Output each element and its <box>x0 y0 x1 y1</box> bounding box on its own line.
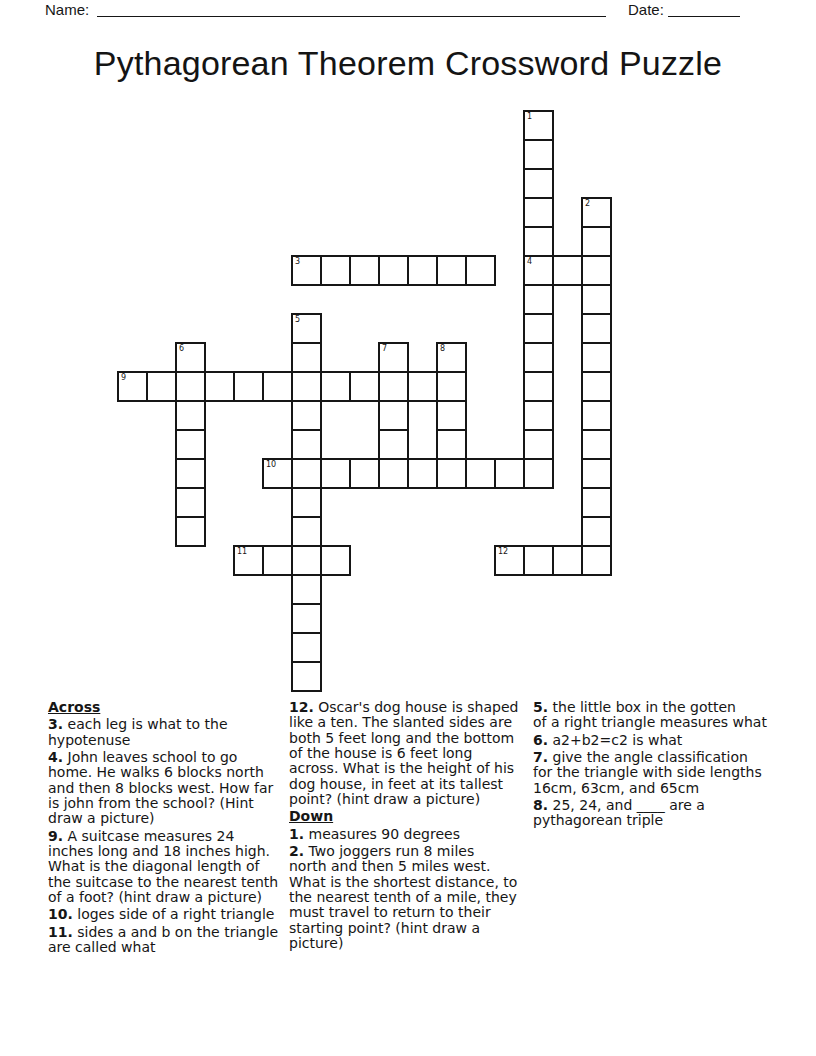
grid-cell[interactable] <box>552 545 583 576</box>
clue-column-1: Across3. each leg is what to thehypotenu… <box>48 700 293 958</box>
grid-cell[interactable] <box>523 226 554 257</box>
grid-cell[interactable] <box>291 632 322 663</box>
page-title: Pythagorean Theorem Crossword Puzzle <box>0 44 816 83</box>
grid-cell[interactable] <box>378 458 409 489</box>
grid-cell[interactable] <box>175 487 206 518</box>
grid-cell[interactable] <box>204 371 235 402</box>
grid-cell[interactable] <box>291 371 322 402</box>
grid-cell[interactable] <box>378 255 409 286</box>
clue-down-1: 1. measures 90 degrees <box>289 827 534 842</box>
cell-number: 3 <box>295 257 300 266</box>
clue-down-7: 7. give the angle classificationfor the … <box>533 750 778 796</box>
grid-cell[interactable] <box>291 487 322 518</box>
name-label: Name: <box>45 1 89 18</box>
clue-across-9: 9. A suitcase measures 24inches long and… <box>48 829 293 906</box>
grid-cell[interactable] <box>581 371 612 402</box>
grid-cell[interactable] <box>407 255 438 286</box>
date-label: Date: <box>628 1 664 18</box>
grid-cell[interactable]: 9 <box>117 371 148 402</box>
clue-across-10: 10. loges side of a right triangle <box>48 907 293 922</box>
grid-cell[interactable] <box>349 458 380 489</box>
grid-cell[interactable] <box>581 284 612 315</box>
grid-cell[interactable] <box>581 255 612 286</box>
grid-cell[interactable] <box>175 516 206 547</box>
grid-cell[interactable] <box>523 197 554 228</box>
grid-cell[interactable] <box>262 371 293 402</box>
grid-cell[interactable] <box>523 139 554 170</box>
grid-cell[interactable] <box>320 545 351 576</box>
cell-number: 12 <box>498 547 508 556</box>
grid-cell[interactable] <box>175 400 206 431</box>
clue-column-2: 12. Oscar's dog house is shapedlike a te… <box>289 700 534 954</box>
grid-cell[interactable] <box>436 371 467 402</box>
grid-cell[interactable] <box>581 458 612 489</box>
cell-number: 1 <box>527 112 532 121</box>
grid-cell[interactable] <box>581 545 612 576</box>
name-blank-line[interactable] <box>97 0 606 17</box>
grid-cell[interactable] <box>291 545 322 576</box>
grid-cell[interactable] <box>523 545 554 576</box>
grid-cell[interactable] <box>320 458 351 489</box>
grid-cell[interactable] <box>465 255 496 286</box>
cell-number: 7 <box>382 344 387 353</box>
grid-cell[interactable] <box>407 458 438 489</box>
grid-cell[interactable] <box>349 371 380 402</box>
grid-cell[interactable] <box>523 371 554 402</box>
grid-cell[interactable]: 8 <box>436 342 467 373</box>
cell-number: 8 <box>440 344 445 353</box>
cell-number: 2 <box>585 199 590 208</box>
grid-cell[interactable] <box>523 429 554 460</box>
clue-column-3: 5. the little box in the gottenof a righ… <box>533 700 778 831</box>
grid-cell[interactable] <box>465 458 496 489</box>
clue-down-6: 6. a2+b2=c2 is what <box>533 733 778 748</box>
cell-number: 4 <box>527 257 532 266</box>
grid-cell[interactable] <box>523 284 554 315</box>
grid-cell[interactable] <box>378 429 409 460</box>
grid-cell[interactable] <box>436 429 467 460</box>
grid-cell[interactable]: 12 <box>494 545 525 576</box>
grid-cell[interactable] <box>262 545 293 576</box>
grid-cell[interactable] <box>291 458 322 489</box>
grid-cell[interactable] <box>146 371 177 402</box>
grid-cell[interactable] <box>523 458 554 489</box>
grid-cell[interactable] <box>523 168 554 199</box>
grid-cell[interactable] <box>291 661 322 692</box>
grid-cell[interactable] <box>407 371 438 402</box>
clue-across-12: 12. Oscar's dog house is shapedlike a te… <box>289 700 534 807</box>
grid-cell[interactable] <box>552 255 583 286</box>
grid-cell[interactable] <box>436 400 467 431</box>
grid-cell[interactable] <box>291 429 322 460</box>
clue-across-11: 11. sides a and b on the triangleare cal… <box>48 925 293 956</box>
grid-cell[interactable]: 2 <box>581 197 612 228</box>
grid-cell[interactable] <box>349 255 380 286</box>
down-header: Down <box>289 809 534 824</box>
clue-down-2: 2. Two joggers run 8 milesnorth and then… <box>289 844 534 951</box>
grid-cell[interactable]: 10 <box>262 458 293 489</box>
grid-cell[interactable]: 7 <box>378 342 409 373</box>
grid-cell[interactable] <box>320 255 351 286</box>
grid-cell[interactable] <box>291 574 322 605</box>
grid-cell[interactable] <box>291 516 322 547</box>
grid-cell[interactable]: 3 <box>291 255 322 286</box>
grid-cell[interactable] <box>523 400 554 431</box>
date-blank-line[interactable] <box>668 0 740 17</box>
grid-cell[interactable]: 6 <box>175 342 206 373</box>
grid-cell[interactable] <box>581 487 612 518</box>
grid-cell[interactable] <box>291 603 322 634</box>
grid-cell[interactable] <box>494 458 525 489</box>
grid-cell[interactable]: 1 <box>523 110 554 141</box>
grid-cell[interactable]: 11 <box>233 545 264 576</box>
grid-cell[interactable] <box>291 400 322 431</box>
grid-cell[interactable] <box>378 371 409 402</box>
grid-cell[interactable] <box>581 400 612 431</box>
grid-cell[interactable] <box>378 400 409 431</box>
clue-across-3: 3. each leg is what to thehypotenuse <box>48 717 293 748</box>
grid-cell[interactable] <box>175 429 206 460</box>
worksheet-page: Name: Date: Pythagorean Theorem Crosswor… <box>0 0 816 1056</box>
grid-cell[interactable] <box>581 226 612 257</box>
grid-cell[interactable] <box>581 516 612 547</box>
grid-cell[interactable] <box>175 458 206 489</box>
grid-cell[interactable]: 5 <box>291 313 322 344</box>
grid-cell[interactable] <box>581 313 612 344</box>
grid-cell[interactable] <box>320 371 351 402</box>
grid-cell[interactable] <box>523 342 554 373</box>
clue-down-5: 5. the little box in the gottenof a righ… <box>533 700 778 731</box>
cell-number: 10 <box>266 460 276 469</box>
grid-cell[interactable] <box>175 371 206 402</box>
grid-cell[interactable] <box>291 342 322 373</box>
grid-cell[interactable] <box>581 429 612 460</box>
clue-across-4: 4. John leaves school to gohome. He walk… <box>48 750 293 827</box>
grid-cell[interactable] <box>233 371 264 402</box>
cell-number: 6 <box>179 344 184 353</box>
cell-number: 5 <box>295 315 300 324</box>
across-header: Across <box>48 700 293 715</box>
grid-cell[interactable] <box>581 342 612 373</box>
grid-cell[interactable] <box>523 313 554 344</box>
grid-cell[interactable] <box>436 458 467 489</box>
clue-down-8: 8. 25, 24, and ____ are apythagorean tri… <box>533 798 778 829</box>
cell-number: 11 <box>237 547 247 556</box>
grid-cell[interactable] <box>436 255 467 286</box>
cell-number: 9 <box>121 373 126 382</box>
grid-cell[interactable]: 4 <box>523 255 554 286</box>
